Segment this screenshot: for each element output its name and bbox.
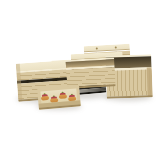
box-side-face [147, 67, 153, 97]
canape-tray [37, 85, 81, 110]
dowel-knob [96, 47, 98, 49]
canape-toast [41, 96, 49, 101]
dowel-knob [115, 46, 117, 48]
product-photo [0, 0, 160, 160]
canape-toast [59, 94, 67, 99]
canape [59, 91, 68, 99]
canape [41, 93, 50, 101]
